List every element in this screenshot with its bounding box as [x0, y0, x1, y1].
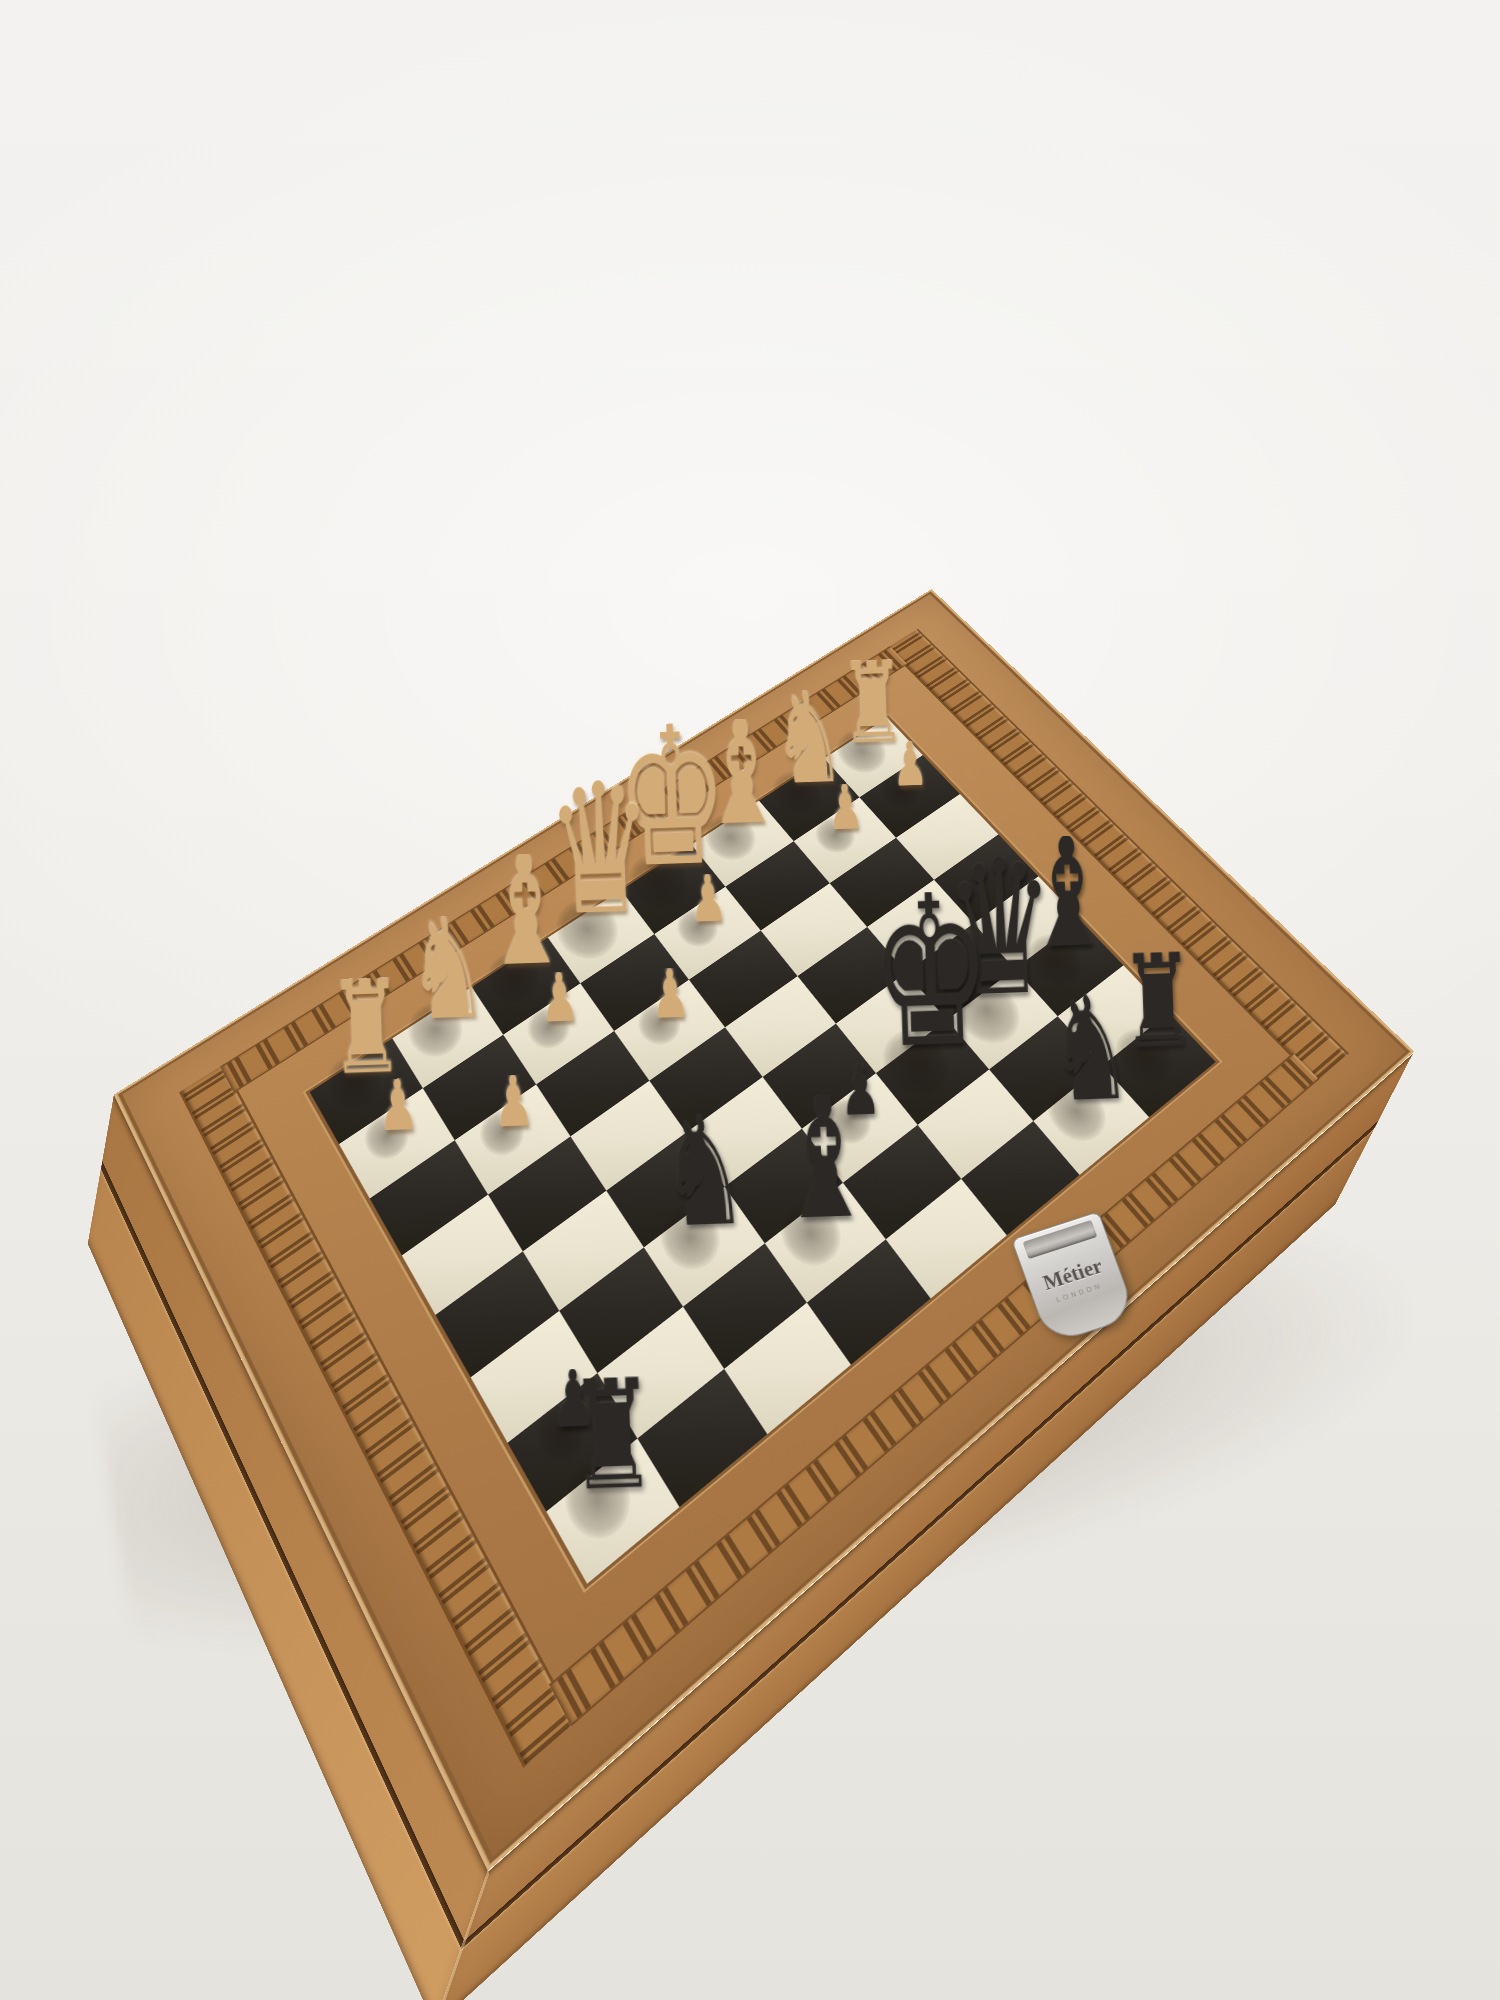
white-pawn-glyph: ♟ [885, 740, 934, 795]
black-bishop-glyph: ♝ [756, 1093, 893, 1245]
page: { "scene": { "description": "Overhead-an… [0, 0, 1500, 2000]
black-knight-glyph: ♞ [643, 1111, 766, 1247]
white-pawn-glyph: ♟ [682, 873, 734, 931]
black-rook-glyph: ♜ [552, 1375, 674, 1510]
white-pawn-glyph: ♟ [532, 971, 587, 1031]
black-knight-glyph: ♞ [1032, 991, 1150, 1121]
white-pawn-glyph: ♟ [820, 783, 870, 839]
white-pawn-glyph: ♟ [370, 1078, 427, 1141]
white-pawn-glyph: ♟ [485, 1074, 542, 1137]
white-pawn-glyph: ♟ [643, 967, 698, 1027]
